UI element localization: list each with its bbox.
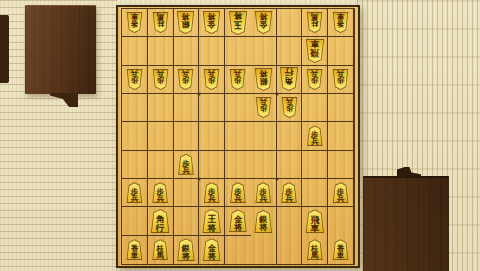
sq-6g[interactable]: 歩兵 <box>199 179 225 207</box>
sq-4h[interactable]: 銀将 <box>251 207 277 235</box>
sq-8h[interactable]: 角行 <box>148 207 174 235</box>
sq-6d[interactable] <box>199 94 225 122</box>
koma-kanji: 歩兵 <box>177 69 194 90</box>
piece-pawn-gote[interactable]: 歩兵 <box>229 69 246 90</box>
sq-8f[interactable] <box>148 151 174 179</box>
sq-1i[interactable]: 香車 <box>328 236 354 264</box>
koma-kanji: 金将 <box>202 11 221 34</box>
sq-9f[interactable] <box>122 151 148 179</box>
piece-silver-sente[interactable]: 銀将 <box>176 238 195 261</box>
piece-knight-gote[interactable]: 桂馬 <box>306 12 323 33</box>
sq-7f[interactable]: 歩兵 <box>174 151 200 179</box>
piece-gold-sente[interactable]: 金将 <box>202 238 221 261</box>
piece-gold-gote[interactable]: 金将 <box>254 11 273 34</box>
piece-king-sente[interactable]: 王将 <box>202 209 222 233</box>
koma-kanji: 銀将 <box>254 210 273 233</box>
koma-kanji: 飛車 <box>305 209 325 233</box>
piece-lance-sente[interactable]: 香車 <box>126 239 143 260</box>
koma-kanji: 銀将 <box>176 11 195 34</box>
sq-4d[interactable]: 歩兵 <box>251 94 277 122</box>
sq-7a[interactable]: 銀将 <box>174 9 200 37</box>
sq-2c[interactable]: 歩兵 <box>302 66 328 94</box>
sq-1b[interactable] <box>328 37 354 65</box>
sq-9c[interactable]: 歩兵 <box>122 66 148 94</box>
koma-kanji: 歩兵 <box>229 69 246 90</box>
sq-2e[interactable]: 歩兵 <box>302 122 328 150</box>
koma-kanji: 金将 <box>254 11 273 34</box>
sq-2g[interactable] <box>302 179 328 207</box>
koma-kanji: 歩兵 <box>126 182 143 203</box>
piece-knight-sente[interactable]: 桂馬 <box>152 239 169 260</box>
koma-kanji: 角行 <box>279 67 299 91</box>
sq-5g[interactable]: 歩兵 <box>225 179 251 207</box>
sq-4e[interactable] <box>251 122 277 150</box>
piece-pawn-sente[interactable]: 歩兵 <box>306 125 323 146</box>
koma-kanji: 銀将 <box>176 238 195 261</box>
sq-8i[interactable]: 桂馬 <box>148 236 174 264</box>
sq-5i[interactable] <box>225 236 251 264</box>
sq-4f[interactable] <box>251 151 277 179</box>
sq-6h[interactable]: 王将 <box>199 207 225 235</box>
piece-lance-sente[interactable]: 香車 <box>332 239 349 260</box>
koma-kanji: 香車 <box>126 239 143 260</box>
sq-2d[interactable] <box>302 94 328 122</box>
koma-kanji: 歩兵 <box>332 69 349 90</box>
hoshi-dot <box>198 178 201 181</box>
koma-kanji: 香車 <box>332 239 349 260</box>
koma-kanji: 香車 <box>332 12 349 33</box>
left-edge-furniture <box>0 15 9 83</box>
koma-kanji: 桂馬 <box>306 12 323 33</box>
koma-kanji: 玉将 <box>228 11 248 35</box>
sq-9e[interactable] <box>122 122 148 150</box>
sq-7i[interactable]: 銀将 <box>174 236 200 264</box>
piece-pawn-sente[interactable]: 歩兵 <box>255 182 272 203</box>
koma-kanji: 歩兵 <box>152 182 169 203</box>
sq-3c[interactable]: 角行 <box>277 66 303 94</box>
sq-2h[interactable]: 飛車 <box>302 207 328 235</box>
sq-5h[interactable]: 金将 <box>225 207 251 235</box>
koma-kanji: 飛車 <box>305 39 325 63</box>
piece-pawn-gote[interactable]: 歩兵 <box>255 97 272 118</box>
hoshi-dot <box>275 92 278 95</box>
piece-lance-gote[interactable]: 香車 <box>126 12 143 33</box>
piece-lance-gote[interactable]: 香車 <box>332 12 349 33</box>
koma-kanji: 歩兵 <box>203 69 220 90</box>
sq-1d[interactable] <box>328 94 354 122</box>
piece-rook-sente[interactable]: 飛車 <box>305 209 325 233</box>
sq-5c[interactable]: 歩兵 <box>225 66 251 94</box>
sq-6c[interactable]: 歩兵 <box>199 66 225 94</box>
sq-4a[interactable]: 金将 <box>251 9 277 37</box>
sq-9a[interactable]: 香車 <box>122 9 148 37</box>
piece-pawn-sente[interactable]: 歩兵 <box>281 182 298 203</box>
koma-kanji: 歩兵 <box>306 69 323 90</box>
piece-silver-sente[interactable]: 銀将 <box>254 210 273 233</box>
piece-bishop-gote[interactable]: 角行 <box>279 67 299 91</box>
sq-8d[interactable] <box>148 94 174 122</box>
sq-3d[interactable]: 歩兵 <box>277 94 303 122</box>
koma-kanji: 香車 <box>126 12 143 33</box>
sq-8c[interactable]: 歩兵 <box>148 66 174 94</box>
piece-pawn-gote[interactable]: 歩兵 <box>152 69 169 90</box>
sq-9h[interactable] <box>122 207 148 235</box>
sq-4b[interactable] <box>251 37 277 65</box>
piece-knight-sente[interactable]: 桂馬 <box>306 239 323 260</box>
sq-3i[interactable] <box>277 236 303 264</box>
sq-5e[interactable] <box>225 122 251 150</box>
piece-pawn-sente[interactable]: 歩兵 <box>229 182 246 203</box>
komadai-gote <box>25 5 96 94</box>
komadai-sente <box>363 176 449 271</box>
koma-kanji: 歩兵 <box>126 69 143 90</box>
sq-2i[interactable]: 桂馬 <box>302 236 328 264</box>
sq-1e[interactable] <box>328 122 354 150</box>
sq-9g[interactable]: 歩兵 <box>122 179 148 207</box>
sq-8a[interactable]: 桂馬 <box>148 9 174 37</box>
shogi-board: 香車桂馬銀将金将玉将金将桂馬香車飛車歩兵歩兵歩兵歩兵歩兵銀将角行歩兵歩兵歩兵歩兵… <box>116 5 360 268</box>
sq-6e[interactable] <box>199 122 225 150</box>
koma-kanji: 歩兵 <box>152 69 169 90</box>
piece-pawn-gote[interactable]: 歩兵 <box>281 97 298 118</box>
piece-pawn-sente[interactable]: 歩兵 <box>203 182 220 203</box>
sq-4g[interactable]: 歩兵 <box>251 179 277 207</box>
koma-kanji: 歩兵 <box>332 182 349 203</box>
koma-kanji: 桂馬 <box>152 239 169 260</box>
koma-kanji: 歩兵 <box>255 97 272 118</box>
sq-2f[interactable] <box>302 151 328 179</box>
hoshi-dot <box>275 178 278 181</box>
sq-1g[interactable]: 歩兵 <box>328 179 354 207</box>
piece-knight-gote[interactable]: 桂馬 <box>152 12 169 33</box>
sq-7h[interactable] <box>174 207 200 235</box>
sq-9i[interactable]: 香車 <box>122 236 148 264</box>
sq-4i[interactable] <box>251 236 277 264</box>
sq-3b[interactable] <box>277 37 303 65</box>
koma-kanji: 歩兵 <box>229 182 246 203</box>
piece-pawn-sente[interactable]: 歩兵 <box>177 154 194 175</box>
sq-3h[interactable] <box>277 207 303 235</box>
piece-pawn-gote[interactable]: 歩兵 <box>306 69 323 90</box>
sq-6b[interactable] <box>199 37 225 65</box>
sq-8g[interactable]: 歩兵 <box>148 179 174 207</box>
sq-3g[interactable]: 歩兵 <box>277 179 303 207</box>
sq-2b[interactable]: 飛車 <box>302 37 328 65</box>
board-grid: 香車桂馬銀将金将玉将金将桂馬香車飛車歩兵歩兵歩兵歩兵歩兵銀将角行歩兵歩兵歩兵歩兵… <box>121 8 355 265</box>
koma-kanji: 金将 <box>202 238 221 261</box>
koma-kanji: 角行 <box>150 209 170 233</box>
koma-kanji: 歩兵 <box>281 97 298 118</box>
sq-3f[interactable] <box>277 151 303 179</box>
piece-pawn-sente[interactable]: 歩兵 <box>126 182 143 203</box>
koma-kanji: 歩兵 <box>281 182 298 203</box>
piece-pawn-gote[interactable]: 歩兵 <box>126 69 143 90</box>
koma-kanji: 桂馬 <box>306 239 323 260</box>
piece-pawn-sente[interactable]: 歩兵 <box>152 182 169 203</box>
koma-kanji: 王将 <box>202 209 222 233</box>
sq-6f[interactable] <box>199 151 225 179</box>
piece-rook-gote[interactable]: 飛車 <box>305 39 325 63</box>
sq-1f[interactable] <box>328 151 354 179</box>
koma-kanji: 金将 <box>228 209 247 232</box>
sq-3e[interactable] <box>277 122 303 150</box>
sq-4c[interactable]: 銀将 <box>251 66 277 94</box>
sq-9d[interactable] <box>122 94 148 122</box>
koma-kanji: 歩兵 <box>177 154 194 175</box>
sq-5f[interactable] <box>225 151 251 179</box>
piece-pawn-gote[interactable]: 歩兵 <box>203 69 220 90</box>
sq-3a[interactable] <box>277 9 303 37</box>
sq-5d[interactable] <box>225 94 251 122</box>
piece-king-gote[interactable]: 玉将 <box>228 11 248 35</box>
piece-pawn-gote[interactable]: 歩兵 <box>332 69 349 90</box>
koma-kanji: 桂馬 <box>152 12 169 33</box>
piece-bishop-sente[interactable]: 角行 <box>150 209 170 233</box>
koma-kanji: 歩兵 <box>255 182 272 203</box>
sq-1a[interactable]: 香車 <box>328 9 354 37</box>
piece-silver-gote[interactable]: 銀将 <box>254 68 273 91</box>
piece-pawn-sente[interactable]: 歩兵 <box>332 182 349 203</box>
sq-5b[interactable] <box>225 37 251 65</box>
sq-7g[interactable] <box>174 179 200 207</box>
sq-1c[interactable]: 歩兵 <box>328 66 354 94</box>
sq-7d[interactable] <box>174 94 200 122</box>
sq-5a[interactable]: 玉将 <box>225 9 251 37</box>
sq-7e[interactable] <box>174 122 200 150</box>
shogi-game-screen: 香車桂馬銀将金将玉将金将桂馬香車飛車歩兵歩兵歩兵歩兵歩兵銀将角行歩兵歩兵歩兵歩兵… <box>0 0 480 271</box>
piece-pawn-gote[interactable]: 歩兵 <box>177 69 194 90</box>
koma-kanji: 歩兵 <box>203 182 220 203</box>
hoshi-dot <box>198 92 201 95</box>
sq-1h[interactable] <box>328 207 354 235</box>
koma-kanji: 銀将 <box>254 68 273 91</box>
sq-8e[interactable] <box>148 122 174 150</box>
sq-8b[interactable] <box>148 37 174 65</box>
sq-7b[interactable] <box>174 37 200 65</box>
piece-gold-sente[interactable]: 金将 <box>228 209 247 232</box>
sq-6a[interactable]: 金将 <box>199 9 225 37</box>
koma-kanji: 歩兵 <box>306 125 323 146</box>
sq-2a[interactable]: 桂馬 <box>302 9 328 37</box>
sq-6i[interactable]: 金将 <box>199 236 225 264</box>
sq-7c[interactable]: 歩兵 <box>174 66 200 94</box>
piece-gold-gote[interactable]: 金将 <box>202 11 221 34</box>
piece-silver-gote[interactable]: 銀将 <box>176 11 195 34</box>
sq-9b[interactable] <box>122 37 148 65</box>
